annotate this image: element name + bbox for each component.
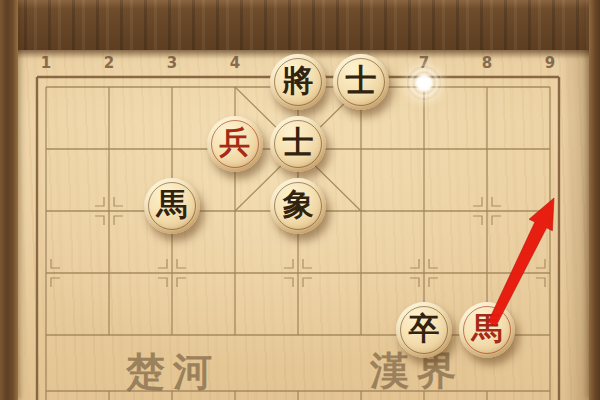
piece-black-soldier[interactable]: 卒 [396, 302, 452, 358]
piece-character: 象 [270, 177, 326, 233]
piece-character: 將 [270, 53, 326, 109]
piece-black-horse[interactable]: 馬 [144, 178, 200, 234]
piece-black-advisor[interactable]: 士 [333, 54, 389, 110]
wood-frame-left [0, 0, 18, 400]
column-label-3: 3 [161, 54, 183, 72]
piece-character: 士 [270, 115, 326, 171]
move-highlight-dot [407, 66, 441, 100]
column-label-4: 4 [224, 54, 246, 72]
piece-black-advisor[interactable]: 士 [270, 116, 326, 172]
wood-frame-top [0, 0, 600, 50]
column-label-2: 2 [98, 54, 120, 72]
piece-character: 兵 [207, 115, 263, 171]
xiangqi-app-window: 楚河 漢界 123456789 將 士 兵 士 馬 象 卒 馬 [0, 0, 600, 400]
piece-character: 馬 [144, 177, 200, 233]
piece-black-general[interactable]: 將 [270, 54, 326, 110]
column-label-8: 8 [476, 54, 498, 72]
piece-character: 卒 [396, 301, 452, 357]
column-label-1: 1 [35, 54, 57, 72]
board-edge-shading [560, 50, 589, 400]
piece-character: 馬 [459, 301, 515, 357]
piece-red-horse[interactable]: 馬 [459, 302, 515, 358]
piece-character: 士 [333, 53, 389, 109]
wood-frame-right [589, 0, 600, 400]
river-label-chuhe: 楚河 [118, 348, 228, 394]
column-label-9: 9 [539, 54, 561, 72]
piece-red-soldier[interactable]: 兵 [207, 116, 263, 172]
piece-black-elephant[interactable]: 象 [270, 178, 326, 234]
